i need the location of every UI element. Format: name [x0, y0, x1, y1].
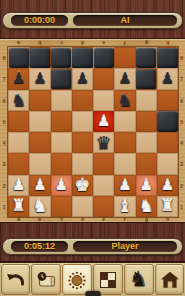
coord-label: 4 — [1, 134, 7, 151]
coord-label: c — [52, 40, 70, 47]
coord-label: 7 — [179, 70, 185, 87]
black-knight: ♞ — [11, 92, 26, 109]
coord-label: d — [73, 40, 91, 47]
white-pawn: ♟ — [54, 178, 67, 193]
square-f2[interactable]: ♟ — [114, 175, 135, 196]
undo-button[interactable] — [1, 264, 31, 295]
fog-tile — [9, 48, 29, 68]
white-king: ♚ — [74, 176, 90, 194]
square-b8[interactable] — [29, 47, 50, 68]
player-name-text: Player — [111, 242, 138, 251]
square-f7[interactable]: ♟ — [114, 68, 135, 89]
square-c1[interactable] — [51, 196, 72, 217]
square-c3[interactable] — [51, 153, 72, 174]
square-e8[interactable] — [93, 47, 114, 68]
player-name: Player — [73, 241, 177, 252]
square-b1[interactable]: ♞ — [29, 196, 50, 217]
coord-label: 8 — [179, 49, 185, 66]
black-pawn: ♟ — [76, 71, 89, 86]
square-h4[interactable] — [157, 132, 178, 153]
opponent-clock: 0:00:00 — [11, 15, 68, 26]
opponent-name: AI — [73, 15, 177, 26]
square-d7[interactable]: ♟ — [72, 68, 93, 89]
black-pawn: ♟ — [118, 71, 131, 86]
square-f4[interactable] — [114, 132, 135, 153]
opponent-name-text: AI — [121, 16, 130, 25]
square-f8[interactable] — [114, 47, 135, 68]
bottom-handle — [85, 291, 100, 296]
white-bishop: ♝ — [117, 198, 132, 215]
home-button[interactable] — [155, 264, 185, 295]
pieces-style-button[interactable]: ♞ — [124, 264, 154, 295]
coord-label: h — [158, 40, 176, 47]
square-d5[interactable] — [72, 111, 93, 132]
rank-labels-right: 87654321 — [178, 47, 185, 217]
coord-label: 4 — [179, 134, 185, 151]
coord-label: 3 — [1, 155, 7, 172]
square-f3[interactable] — [114, 153, 135, 174]
square-h6[interactable] — [157, 90, 178, 111]
fog-tile — [51, 69, 71, 89]
opponent-bar: 0:00:00 AI — [2, 12, 183, 29]
square-f1[interactable]: ♝ — [114, 196, 135, 217]
square-g1[interactable]: ♞ — [136, 196, 157, 217]
white-pawn: ♟ — [161, 178, 174, 193]
scroll-clock-icon — [35, 269, 57, 291]
white-knight: ♞ — [32, 198, 47, 215]
square-b5[interactable] — [29, 111, 50, 132]
white-pawn: ♟ — [139, 178, 152, 193]
square-a3[interactable] — [8, 153, 29, 174]
coord-label: b — [31, 40, 49, 47]
square-g5[interactable] — [136, 111, 157, 132]
square-b6[interactable] — [29, 90, 50, 111]
square-b2[interactable]: ♟ — [29, 175, 50, 196]
coord-label: 5 — [179, 113, 185, 130]
white-knight: ♞ — [139, 198, 154, 215]
square-e5[interactable]: ♟ — [93, 111, 114, 132]
black-pawn: ♟ — [12, 71, 25, 86]
fog-tile — [72, 48, 92, 68]
square-d1[interactable] — [72, 196, 93, 217]
fog-tile — [30, 48, 50, 68]
square-a1[interactable]: ♜ — [8, 196, 29, 217]
square-a8[interactable] — [8, 47, 29, 68]
coord-label: 2 — [1, 177, 7, 194]
home-icon — [159, 269, 181, 291]
square-d3[interactable] — [72, 153, 93, 174]
coord-label: a — [10, 40, 28, 47]
square-d4[interactable] — [72, 132, 93, 153]
board-grid: ♟♟♟♟♟♞♞♟♛♟♟♟♚♟♟♟♜♞♝♞♜ — [8, 47, 178, 217]
square-g2[interactable]: ♟ — [136, 175, 157, 196]
coord-label: 1 — [1, 198, 7, 215]
coord-label: 6 — [179, 92, 185, 109]
white-rook: ♜ — [11, 198, 25, 214]
coord-label: f — [116, 40, 134, 47]
black-pawn: ♟ — [33, 71, 46, 86]
player-bar: 0:05:12 Player — [2, 238, 183, 255]
coord-label: 7 — [1, 70, 7, 87]
file-labels-top: abcdefgh — [8, 39, 178, 47]
board-frame: abcdefgh 87654321 87654321 abcdefgh ♟♟♟♟… — [0, 38, 185, 223]
knight-icon: ♞ — [129, 269, 148, 290]
square-a2[interactable]: ♟ — [8, 175, 29, 196]
square-e1[interactable] — [93, 196, 114, 217]
square-g3[interactable] — [136, 153, 157, 174]
square-e3[interactable] — [93, 153, 114, 174]
black-pawn: ♟ — [161, 71, 174, 86]
square-a5[interactable] — [8, 111, 29, 132]
square-b4[interactable] — [29, 132, 50, 153]
player-clock: 0:05:12 — [11, 241, 68, 252]
square-b7[interactable]: ♟ — [29, 68, 50, 89]
square-c4[interactable] — [51, 132, 72, 153]
square-g4[interactable] — [136, 132, 157, 153]
square-g6[interactable] — [136, 90, 157, 111]
black-knight: ♞ — [117, 92, 132, 109]
square-a7[interactable]: ♟ — [8, 68, 29, 89]
square-h3[interactable] — [157, 153, 178, 174]
square-a4[interactable] — [8, 132, 29, 153]
fog-tile — [157, 48, 177, 68]
sun-dial-icon — [66, 269, 88, 291]
white-pawn: ♟ — [97, 114, 110, 129]
coord-label: 3 — [179, 155, 185, 172]
square-h2[interactable]: ♟ — [157, 175, 178, 196]
checkerboard-icon — [97, 269, 119, 291]
coord-label: 6 — [1, 92, 7, 109]
fog-tile — [136, 69, 156, 89]
coord-label: e — [95, 40, 113, 47]
square-d6[interactable] — [72, 90, 93, 111]
square-c6[interactable] — [51, 90, 72, 111]
square-h8[interactable] — [157, 47, 178, 68]
square-e7[interactable] — [93, 68, 114, 89]
white-pawn: ♟ — [12, 178, 25, 193]
coord-label: 1 — [179, 198, 185, 215]
fog-tile — [136, 48, 156, 68]
square-h1[interactable]: ♜ — [157, 196, 178, 217]
white-pawn: ♟ — [118, 178, 131, 193]
player-clock-text: 0:05:12 — [24, 242, 55, 251]
move-history-button[interactable] — [31, 264, 61, 295]
square-c7[interactable] — [51, 68, 72, 89]
coord-label: 5 — [1, 113, 7, 130]
black-queen: ♛ — [96, 134, 112, 152]
square-g7[interactable] — [136, 68, 157, 89]
square-b3[interactable] — [29, 153, 50, 174]
dark-chess-app: 0:00:00 AI abcdefgh 87654321 87654321 ab… — [0, 0, 185, 296]
fog-tile — [157, 111, 177, 131]
square-d2[interactable]: ♚ — [72, 175, 93, 196]
square-d8[interactable] — [72, 47, 93, 68]
square-h5[interactable] — [157, 111, 178, 132]
square-c5[interactable] — [51, 111, 72, 132]
opponent-clock-text: 0:00:00 — [24, 16, 55, 25]
square-h7[interactable]: ♟ — [157, 68, 178, 89]
square-c2[interactable]: ♟ — [51, 175, 72, 196]
white-rook: ♜ — [160, 198, 174, 214]
square-f6[interactable]: ♞ — [114, 90, 135, 111]
square-e2[interactable] — [93, 175, 114, 196]
coord-label: g — [137, 40, 155, 47]
square-a6[interactable]: ♞ — [8, 90, 29, 111]
square-f5[interactable] — [114, 111, 135, 132]
square-e4[interactable]: ♛ — [93, 132, 114, 153]
white-pawn: ♟ — [33, 178, 46, 193]
coord-label: 8 — [1, 49, 7, 66]
square-e6[interactable] — [93, 90, 114, 111]
square-g8[interactable] — [136, 47, 157, 68]
square-c8[interactable] — [51, 47, 72, 68]
rank-labels-left: 87654321 — [0, 47, 8, 217]
fog-tile — [94, 48, 114, 68]
fog-tile — [51, 48, 71, 68]
undo-icon — [4, 269, 26, 291]
coord-label: 2 — [179, 177, 185, 194]
